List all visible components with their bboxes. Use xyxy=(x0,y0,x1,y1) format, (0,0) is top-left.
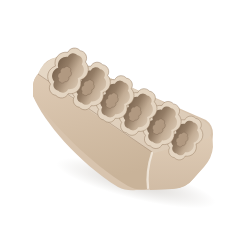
product-photo xyxy=(0,0,250,250)
stage xyxy=(0,0,250,250)
